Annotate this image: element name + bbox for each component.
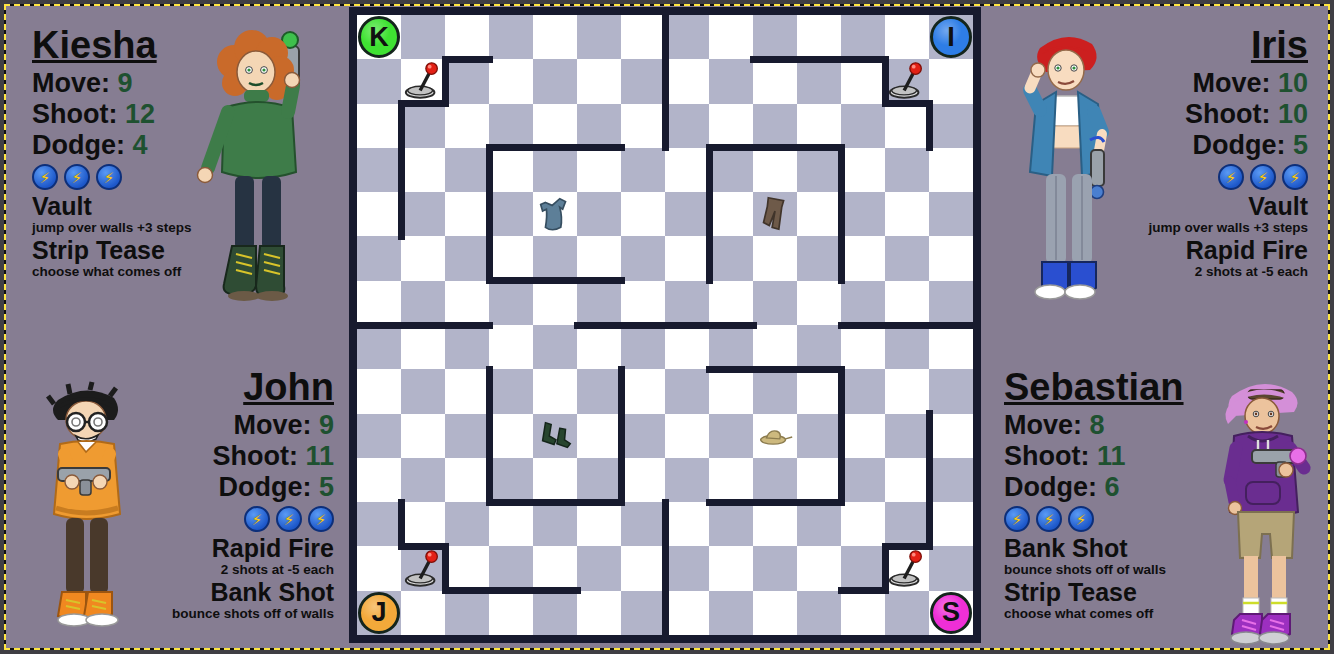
stat-shoot: Shoot: 10 — [1018, 99, 1308, 130]
maze-wall — [486, 144, 493, 284]
ability-name: Vault — [1018, 193, 1308, 220]
maze-wall — [574, 322, 757, 329]
item-boots[interactable] — [533, 414, 577, 458]
stat-shoot: Shoot: 11 — [94, 441, 334, 472]
ability-desc: 2 shots at -5 each — [1018, 264, 1308, 280]
ability-name: Rapid Fire — [1018, 237, 1308, 264]
maze-wall — [486, 277, 625, 284]
item-joystick[interactable] — [885, 547, 929, 591]
maze-wall — [486, 144, 625, 151]
stat-dodge-label: Dodge: — [1004, 472, 1097, 502]
player-card-kiesha: Kiesha Move: 9 Shoot: 12 Dodge: 4 ⚡⚡⚡ Va… — [32, 24, 312, 280]
player-card-iris: Iris Move: 10 Shoot: 10 Dodge: 5 ⚡⚡⚡ Vau… — [1018, 24, 1308, 280]
maze-wall — [926, 410, 933, 550]
maze-wall — [398, 100, 405, 240]
ability-desc: choose what comes off — [32, 264, 312, 280]
player-token-J[interactable]: J — [358, 592, 400, 634]
stat-dodge-value: 5 — [319, 472, 334, 502]
ability-desc: bounce shots off of walls — [1004, 562, 1304, 578]
game-board: KIJS — [349, 7, 981, 643]
player-name: Kiesha — [32, 24, 312, 66]
player-name: John — [94, 366, 334, 408]
stat-shoot-value: 12 — [125, 99, 155, 129]
energy-bolt-icon: ⚡ — [1282, 164, 1308, 190]
stat-dodge-value: 4 — [133, 130, 148, 160]
ability-name: Vault — [32, 193, 312, 220]
stat-move-value: 10 — [1278, 68, 1308, 98]
player-token-S[interactable]: S — [930, 592, 972, 634]
energy-bolts: ⚡⚡⚡ — [94, 506, 334, 533]
maze-wall — [706, 144, 713, 284]
stat-shoot: Shoot: 11 — [1004, 441, 1304, 472]
maze-wall — [706, 144, 845, 151]
player-name: Iris — [1018, 24, 1308, 66]
player-token-K[interactable]: K — [358, 16, 400, 58]
stat-move: Move: 8 — [1004, 410, 1304, 441]
stat-move-label: Move: — [233, 410, 311, 440]
stat-move-label: Move: — [32, 68, 110, 98]
board-overlay: KIJS — [357, 15, 973, 635]
maze-wall — [442, 587, 581, 594]
energy-bolts: ⚡⚡⚡ — [1018, 164, 1308, 191]
ability-desc: choose what comes off — [1004, 606, 1304, 622]
maze-wall — [838, 587, 889, 594]
maze-wall — [706, 499, 845, 506]
stat-move-value: 9 — [118, 68, 133, 98]
stat-shoot: Shoot: 12 — [32, 99, 312, 130]
energy-bolt-icon: ⚡ — [244, 506, 270, 532]
maze-wall — [442, 56, 493, 63]
energy-bolt-icon: ⚡ — [276, 506, 302, 532]
item-joystick[interactable] — [401, 59, 445, 103]
energy-bolt-icon: ⚡ — [1250, 164, 1276, 190]
maze-wall — [662, 15, 669, 151]
player-card-john: John Move: 9 Shoot: 11 Dodge: 5 ⚡⚡⚡ Rapi… — [94, 366, 334, 622]
stat-dodge-label: Dodge: — [218, 472, 311, 502]
item-pants[interactable] — [753, 192, 797, 236]
item-shirt[interactable] — [533, 192, 577, 236]
maze-wall — [838, 322, 974, 329]
ability-name: Rapid Fire — [94, 535, 334, 562]
maze-wall — [750, 56, 889, 63]
item-joystick[interactable] — [885, 59, 929, 103]
stat-shoot-label: Shoot: — [1004, 441, 1089, 471]
stat-dodge-value: 5 — [1293, 130, 1308, 160]
item-joystick[interactable] — [401, 547, 445, 591]
stat-dodge: Dodge: 6 — [1004, 472, 1304, 503]
ability-desc: jump over walls +3 steps — [32, 220, 312, 236]
stat-shoot-label: Shoot: — [212, 441, 297, 471]
stat-move: Move: 10 — [1018, 68, 1308, 99]
stat-shoot-value: 10 — [1278, 99, 1308, 129]
maze-wall — [706, 366, 845, 373]
maze-wall — [926, 100, 933, 151]
stat-dodge-label: Dodge: — [1192, 130, 1285, 160]
stat-move-value: 8 — [1090, 410, 1105, 440]
energy-bolt-icon: ⚡ — [32, 164, 58, 190]
energy-bolt-icon: ⚡ — [1036, 506, 1062, 532]
stat-move-label: Move: — [1004, 410, 1082, 440]
maze-wall — [486, 499, 625, 506]
energy-bolt-icon: ⚡ — [1218, 164, 1244, 190]
energy-bolts: ⚡⚡⚡ — [1004, 506, 1304, 533]
stat-dodge-label: Dodge: — [32, 130, 125, 160]
stat-shoot-value: 11 — [305, 441, 334, 471]
energy-bolt-icon: ⚡ — [96, 164, 122, 190]
maze-wall — [357, 322, 493, 329]
maze-wall — [618, 366, 625, 506]
stat-dodge: Dodge: 5 — [94, 472, 334, 503]
energy-bolt-icon: ⚡ — [64, 164, 90, 190]
stat-move-label: Move: — [1192, 68, 1270, 98]
stat-move-value: 9 — [319, 410, 334, 440]
ability-desc: bounce shots off of walls — [94, 606, 334, 622]
ability-name: Bank Shot — [1004, 535, 1304, 562]
game-screen: Kiesha Move: 9 Shoot: 12 Dodge: 4 ⚡⚡⚡ Va… — [0, 0, 1334, 654]
energy-bolt-icon: ⚡ — [1068, 506, 1094, 532]
stat-dodge: Dodge: 4 — [32, 130, 312, 161]
stat-move: Move: 9 — [94, 410, 334, 441]
stat-shoot-label: Shoot: — [32, 99, 117, 129]
stat-dodge: Dodge: 5 — [1018, 130, 1308, 161]
energy-bolts: ⚡⚡⚡ — [32, 164, 312, 191]
ability-desc: 2 shots at -5 each — [94, 562, 334, 578]
stat-shoot-value: 11 — [1097, 441, 1126, 471]
item-hat[interactable] — [753, 414, 797, 458]
board-maze[interactable]: KIJS — [357, 15, 973, 635]
maze-wall — [838, 366, 845, 506]
stat-move: Move: 9 — [32, 68, 312, 99]
stat-dodge-value: 6 — [1105, 472, 1120, 502]
ability-desc: jump over walls +3 steps — [1018, 220, 1308, 236]
maze-wall — [838, 144, 845, 284]
player-card-sebastian: Sebastian Move: 8 Shoot: 11 Dodge: 6 ⚡⚡⚡… — [1004, 366, 1304, 622]
maze-wall — [662, 499, 669, 635]
stat-shoot-label: Shoot: — [1185, 99, 1270, 129]
ability-name: Strip Tease — [1004, 579, 1304, 606]
maze-wall — [486, 366, 493, 506]
energy-bolt-icon: ⚡ — [1004, 506, 1030, 532]
ability-name: Bank Shot — [94, 579, 334, 606]
ability-name: Strip Tease — [32, 237, 312, 264]
player-token-I[interactable]: I — [930, 16, 972, 58]
player-name: Sebastian — [1004, 366, 1304, 408]
energy-bolt-icon: ⚡ — [308, 506, 334, 532]
